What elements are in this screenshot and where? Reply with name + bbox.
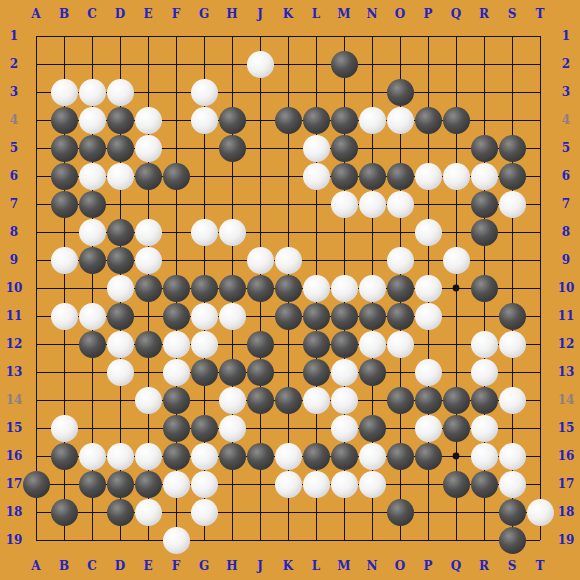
black-stone-L11: [303, 303, 330, 330]
white-stone-E14: [135, 387, 162, 414]
black-stone-L12: [303, 331, 330, 358]
white-stone-E4: [135, 107, 162, 134]
row-left-label-11: 11: [6, 310, 23, 322]
black-stone-B5: [51, 135, 78, 162]
black-stone-F14: [163, 387, 190, 414]
black-stone-H5: [219, 135, 246, 162]
white-stone-L6: [303, 163, 330, 190]
white-stone-R16: [471, 443, 498, 470]
row-right-label-11: 11: [558, 310, 575, 322]
black-stone-O14: [387, 387, 414, 414]
col-bottom-label-K: K: [283, 560, 293, 572]
black-stone-C7: [79, 191, 106, 218]
col-top-label-M: M: [337, 8, 350, 20]
black-stone-H10: [219, 275, 246, 302]
white-stone-M17: [331, 471, 358, 498]
row-right-label-15: 15: [558, 422, 575, 434]
black-stone-N15: [359, 415, 386, 442]
black-stone-C5: [79, 135, 106, 162]
white-stone-H15: [219, 415, 246, 442]
white-stone-G3: [191, 79, 218, 106]
white-stone-G18: [191, 499, 218, 526]
black-stone-N13: [359, 359, 386, 386]
white-stone-L14: [303, 387, 330, 414]
row-right-label-13: 13: [558, 366, 575, 378]
white-stone-G11: [191, 303, 218, 330]
black-stone-Q4: [443, 107, 470, 134]
white-stone-M14: [331, 387, 358, 414]
white-stone-N7: [359, 191, 386, 218]
row-left-label-19: 19: [6, 534, 23, 546]
white-stone-O4: [387, 107, 414, 134]
white-stone-O9: [387, 247, 414, 274]
col-bottom-label-F: F: [172, 560, 181, 572]
black-stone-A17: [23, 471, 50, 498]
row-left-label-14: 14: [6, 394, 23, 406]
black-stone-E6: [135, 163, 162, 190]
col-top-label-S: S: [508, 8, 517, 20]
white-stone-E18: [135, 499, 162, 526]
black-stone-R17: [471, 471, 498, 498]
black-stone-F6: [163, 163, 190, 190]
white-stone-C11: [79, 303, 106, 330]
row-right-label-2: 2: [562, 58, 570, 70]
row-left-label-18: 18: [6, 506, 23, 518]
black-stone-O10: [387, 275, 414, 302]
white-stone-G8: [191, 219, 218, 246]
black-stone-C9: [79, 247, 106, 274]
white-stone-H14: [219, 387, 246, 414]
white-stone-C8: [79, 219, 106, 246]
black-stone-B4: [51, 107, 78, 134]
col-bottom-label-H: H: [226, 560, 237, 572]
row-right-label-4: 4: [562, 114, 570, 126]
row-left-label-5: 5: [10, 142, 18, 154]
black-stone-R8: [471, 219, 498, 246]
black-stone-C12: [79, 331, 106, 358]
black-stone-J14: [247, 387, 274, 414]
row-left-label-12: 12: [6, 338, 23, 350]
col-top-label-H: H: [226, 8, 237, 20]
black-stone-Q17: [443, 471, 470, 498]
white-stone-H8: [219, 219, 246, 246]
row-left-label-6: 6: [10, 170, 18, 182]
row-left-label-7: 7: [10, 198, 18, 210]
black-stone-M2: [331, 51, 358, 78]
black-stone-H13: [219, 359, 246, 386]
row-left-label-4: 4: [10, 114, 18, 126]
row-right-label-6: 6: [562, 170, 570, 182]
black-stone-G10: [191, 275, 218, 302]
white-stone-C3: [79, 79, 106, 106]
white-stone-S16: [499, 443, 526, 470]
white-stone-J9: [247, 247, 274, 274]
black-stone-B7: [51, 191, 78, 218]
black-stone-L4: [303, 107, 330, 134]
row-right-label-1: 1: [562, 30, 570, 42]
white-stone-G12: [191, 331, 218, 358]
white-stone-O12: [387, 331, 414, 358]
col-bottom-label-P: P: [423, 560, 432, 572]
col-top-label-G: G: [199, 8, 209, 20]
black-stone-R5: [471, 135, 498, 162]
white-stone-L10: [303, 275, 330, 302]
col-top-label-B: B: [59, 8, 69, 20]
black-stone-Q14: [443, 387, 470, 414]
white-stone-K17: [275, 471, 302, 498]
black-stone-C17: [79, 471, 106, 498]
white-stone-P11: [415, 303, 442, 330]
black-stone-M6: [331, 163, 358, 190]
white-stone-C4: [79, 107, 106, 134]
white-stone-C6: [79, 163, 106, 190]
white-stone-M15: [331, 415, 358, 442]
row-right-label-5: 5: [562, 142, 570, 154]
row-right-label-16: 16: [558, 450, 575, 462]
white-stone-K16: [275, 443, 302, 470]
row-right-label-12: 12: [558, 338, 575, 350]
black-stone-O3: [387, 79, 414, 106]
black-stone-O11: [387, 303, 414, 330]
row-left-label-1: 1: [10, 30, 18, 42]
white-stone-M13: [331, 359, 358, 386]
col-bottom-label-O: O: [395, 560, 405, 572]
white-stone-S14: [499, 387, 526, 414]
black-stone-K11: [275, 303, 302, 330]
white-stone-D16: [107, 443, 134, 470]
white-stone-P15: [415, 415, 442, 442]
white-stone-B3: [51, 79, 78, 106]
row-left-label-8: 8: [10, 226, 18, 238]
white-stone-B11: [51, 303, 78, 330]
white-stone-R13: [471, 359, 498, 386]
black-stone-K10: [275, 275, 302, 302]
row-left-label-3: 3: [10, 86, 18, 98]
white-stone-H11: [219, 303, 246, 330]
row-left-label-17: 17: [6, 478, 23, 490]
black-stone-R14: [471, 387, 498, 414]
black-stone-S5: [499, 135, 526, 162]
white-stone-R6: [471, 163, 498, 190]
white-stone-D13: [107, 359, 134, 386]
col-bottom-label-N: N: [367, 560, 378, 572]
black-stone-J10: [247, 275, 274, 302]
black-stone-P14: [415, 387, 442, 414]
row-right-label-9: 9: [562, 254, 570, 266]
row-right-label-3: 3: [562, 86, 570, 98]
white-stone-R15: [471, 415, 498, 442]
black-stone-R7: [471, 191, 498, 218]
black-stone-D11: [107, 303, 134, 330]
black-stone-N11: [359, 303, 386, 330]
col-top-label-C: C: [87, 8, 97, 20]
white-stone-N16: [359, 443, 386, 470]
black-stone-S19: [499, 527, 526, 554]
row-left-label-16: 16: [6, 450, 23, 462]
black-stone-L13: [303, 359, 330, 386]
go-board[interactable]: AABBCCDDEEFFGGHHJJKKLLMMNNOOPPQQRRSSTT11…: [0, 0, 580, 580]
black-stone-F15: [163, 415, 190, 442]
black-stone-D18: [107, 499, 134, 526]
col-top-label-T: T: [536, 8, 545, 20]
col-top-label-N: N: [367, 8, 378, 20]
white-stone-K9: [275, 247, 302, 274]
black-stone-F11: [163, 303, 190, 330]
black-stone-M12: [331, 331, 358, 358]
col-bottom-label-R: R: [479, 560, 489, 572]
col-top-label-A: A: [31, 8, 40, 20]
black-stone-O18: [387, 499, 414, 526]
white-stone-N4: [359, 107, 386, 134]
white-stone-E5: [135, 135, 162, 162]
white-stone-D3: [107, 79, 134, 106]
white-stone-D10: [107, 275, 134, 302]
white-stone-B15: [51, 415, 78, 442]
black-stone-J16: [247, 443, 274, 470]
col-top-label-D: D: [115, 8, 125, 20]
col-top-label-L: L: [312, 8, 320, 20]
black-stone-H16: [219, 443, 246, 470]
white-stone-L17: [303, 471, 330, 498]
black-stone-E10: [135, 275, 162, 302]
white-stone-E8: [135, 219, 162, 246]
row-right-label-14: 14: [558, 394, 575, 406]
col-bottom-label-B: B: [59, 560, 69, 572]
row-right-label-7: 7: [562, 198, 570, 210]
black-stone-N6: [359, 163, 386, 190]
row-right-label-8: 8: [562, 226, 570, 238]
col-bottom-label-G: G: [199, 560, 209, 572]
white-stone-S12: [499, 331, 526, 358]
col-bottom-label-M: M: [337, 560, 350, 572]
white-stone-R12: [471, 331, 498, 358]
black-stone-D4: [107, 107, 134, 134]
white-stone-B9: [51, 247, 78, 274]
black-stone-H4: [219, 107, 246, 134]
col-top-label-F: F: [172, 8, 181, 20]
black-stone-B6: [51, 163, 78, 190]
col-bottom-label-C: C: [87, 560, 97, 572]
col-bottom-label-Q: Q: [451, 560, 461, 572]
col-top-label-P: P: [423, 8, 432, 20]
black-stone-E17: [135, 471, 162, 498]
white-stone-M10: [331, 275, 358, 302]
black-stone-S11: [499, 303, 526, 330]
black-stone-R10: [471, 275, 498, 302]
black-stone-K4: [275, 107, 302, 134]
white-stone-F13: [163, 359, 190, 386]
star-point-Q10: [453, 285, 460, 292]
row-left-label-2: 2: [10, 58, 18, 70]
row-left-label-10: 10: [6, 282, 23, 294]
row-right-label-19: 19: [558, 534, 575, 546]
black-stone-F16: [163, 443, 190, 470]
col-bottom-label-L: L: [312, 560, 320, 572]
col-top-label-K: K: [283, 8, 293, 20]
black-stone-M4: [331, 107, 358, 134]
white-stone-C16: [79, 443, 106, 470]
white-stone-M7: [331, 191, 358, 218]
white-stone-Q9: [443, 247, 470, 274]
row-left-label-15: 15: [6, 422, 23, 434]
white-stone-G4: [191, 107, 218, 134]
white-stone-F17: [163, 471, 190, 498]
black-stone-K14: [275, 387, 302, 414]
white-stone-D12: [107, 331, 134, 358]
white-stone-N10: [359, 275, 386, 302]
white-stone-S17: [499, 471, 526, 498]
white-stone-Q6: [443, 163, 470, 190]
white-stone-N17: [359, 471, 386, 498]
white-stone-F12: [163, 331, 190, 358]
black-stone-J12: [247, 331, 274, 358]
col-bottom-label-A: A: [31, 560, 40, 572]
col-bottom-label-J: J: [257, 560, 263, 572]
white-stone-G17: [191, 471, 218, 498]
black-stone-P4: [415, 107, 442, 134]
row-left-label-9: 9: [10, 254, 18, 266]
row-right-label-10: 10: [558, 282, 575, 294]
black-stone-D17: [107, 471, 134, 498]
black-stone-B16: [51, 443, 78, 470]
black-stone-D9: [107, 247, 134, 274]
white-stone-P8: [415, 219, 442, 246]
black-stone-O16: [387, 443, 414, 470]
black-stone-E12: [135, 331, 162, 358]
white-stone-S7: [499, 191, 526, 218]
col-top-label-J: J: [257, 8, 263, 20]
white-stone-F19: [163, 527, 190, 554]
col-bottom-label-T: T: [536, 560, 545, 572]
col-top-label-E: E: [143, 8, 152, 20]
white-stone-G16: [191, 443, 218, 470]
black-stone-G13: [191, 359, 218, 386]
black-stone-Q15: [443, 415, 470, 442]
black-stone-M16: [331, 443, 358, 470]
black-stone-M5: [331, 135, 358, 162]
col-top-label-Q: Q: [451, 8, 461, 20]
col-bottom-label-D: D: [115, 560, 125, 572]
black-stone-D8: [107, 219, 134, 246]
black-stone-J13: [247, 359, 274, 386]
black-stone-D5: [107, 135, 134, 162]
white-stone-P13: [415, 359, 442, 386]
white-stone-P10: [415, 275, 442, 302]
black-stone-M11: [331, 303, 358, 330]
white-stone-E9: [135, 247, 162, 274]
white-stone-L5: [303, 135, 330, 162]
star-point-Q16: [453, 453, 460, 460]
black-stone-B18: [51, 499, 78, 526]
row-left-label-13: 13: [6, 366, 23, 378]
white-stone-T18: [527, 499, 554, 526]
white-stone-P6: [415, 163, 442, 190]
white-stone-N12: [359, 331, 386, 358]
white-stone-O7: [387, 191, 414, 218]
col-top-label-O: O: [395, 8, 405, 20]
black-stone-G15: [191, 415, 218, 442]
white-stone-D6: [107, 163, 134, 190]
row-right-label-17: 17: [558, 478, 575, 490]
col-bottom-label-E: E: [143, 560, 152, 572]
black-stone-S6: [499, 163, 526, 190]
white-stone-J2: [247, 51, 274, 78]
white-stone-E16: [135, 443, 162, 470]
black-stone-P16: [415, 443, 442, 470]
col-top-label-R: R: [479, 8, 489, 20]
col-bottom-label-S: S: [508, 560, 517, 572]
black-stone-L16: [303, 443, 330, 470]
black-stone-F10: [163, 275, 190, 302]
black-stone-O6: [387, 163, 414, 190]
black-stone-S18: [499, 499, 526, 526]
row-right-label-18: 18: [558, 506, 575, 518]
